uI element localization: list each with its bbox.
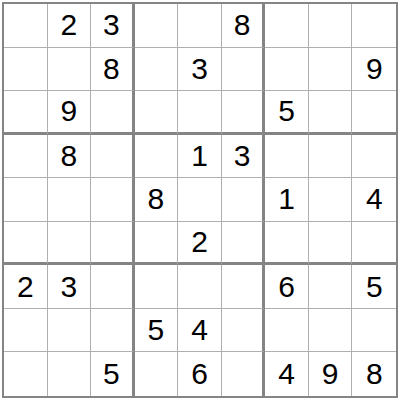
cell-r8c7[interactable] — [265, 309, 309, 353]
cell-r1c9[interactable] — [352, 4, 396, 48]
cell-r1c5[interactable] — [178, 4, 222, 48]
cell-r9c4[interactable] — [135, 352, 179, 396]
cell-r6c4[interactable] — [135, 222, 179, 266]
cell-r4c2[interactable]: 8 — [48, 135, 92, 179]
cell-r8c4[interactable]: 5 — [135, 309, 179, 353]
cell-r7c7[interactable]: 6 — [265, 265, 309, 309]
cell-r7c4[interactable] — [135, 265, 179, 309]
cell-r4c5[interactable]: 1 — [178, 135, 222, 179]
cell-r4c8[interactable] — [309, 135, 353, 179]
sudoku-board: 23883995813814223655456498 — [2, 2, 398, 398]
cell-r8c9[interactable] — [352, 309, 396, 353]
cell-r7c5[interactable] — [178, 265, 222, 309]
cell-r2c5[interactable]: 3 — [178, 48, 222, 92]
cell-r7c1[interactable]: 2 — [4, 265, 48, 309]
cell-r3c7[interactable]: 5 — [265, 91, 309, 135]
cell-r3c8[interactable] — [309, 91, 353, 135]
cell-r2c6[interactable] — [222, 48, 266, 92]
cell-r2c3[interactable]: 8 — [91, 48, 135, 92]
cell-r3c3[interactable] — [91, 91, 135, 135]
cell-r2c4[interactable] — [135, 48, 179, 92]
cell-r9c8[interactable]: 9 — [309, 352, 353, 396]
cell-r9c6[interactable] — [222, 352, 266, 396]
cell-r4c4[interactable] — [135, 135, 179, 179]
cell-r5c1[interactable] — [4, 178, 48, 222]
cell-r8c6[interactable] — [222, 309, 266, 353]
cell-r5c7[interactable]: 1 — [265, 178, 309, 222]
cell-r2c2[interactable] — [48, 48, 92, 92]
cell-r5c6[interactable] — [222, 178, 266, 222]
cell-r1c7[interactable] — [265, 4, 309, 48]
cell-r6c5[interactable]: 2 — [178, 222, 222, 266]
cell-r3c4[interactable] — [135, 91, 179, 135]
cell-r7c3[interactable] — [91, 265, 135, 309]
cell-r3c5[interactable] — [178, 91, 222, 135]
cell-r1c6[interactable]: 8 — [222, 4, 266, 48]
cell-r4c1[interactable] — [4, 135, 48, 179]
cell-r8c5[interactable]: 4 — [178, 309, 222, 353]
cell-r7c6[interactable] — [222, 265, 266, 309]
cell-r8c8[interactable] — [309, 309, 353, 353]
cell-r8c3[interactable] — [91, 309, 135, 353]
cell-r3c1[interactable] — [4, 91, 48, 135]
cell-r9c2[interactable] — [48, 352, 92, 396]
cell-r6c2[interactable] — [48, 222, 92, 266]
cell-r4c7[interactable] — [265, 135, 309, 179]
cell-r4c3[interactable] — [91, 135, 135, 179]
cell-r6c8[interactable] — [309, 222, 353, 266]
cell-r6c7[interactable] — [265, 222, 309, 266]
cell-r5c2[interactable] — [48, 178, 92, 222]
cell-r7c2[interactable]: 3 — [48, 265, 92, 309]
cell-r5c4[interactable]: 8 — [135, 178, 179, 222]
cell-r6c9[interactable] — [352, 222, 396, 266]
cell-r6c6[interactable] — [222, 222, 266, 266]
cell-r1c3[interactable]: 3 — [91, 4, 135, 48]
cell-r9c5[interactable]: 6 — [178, 352, 222, 396]
cell-r3c2[interactable]: 9 — [48, 91, 92, 135]
cell-r5c3[interactable] — [91, 178, 135, 222]
cell-r6c1[interactable] — [4, 222, 48, 266]
cell-r1c1[interactable] — [4, 4, 48, 48]
cell-r2c1[interactable] — [4, 48, 48, 92]
cell-r9c1[interactable] — [4, 352, 48, 396]
cell-r6c3[interactable] — [91, 222, 135, 266]
cell-r5c8[interactable] — [309, 178, 353, 222]
cell-r9c7[interactable]: 4 — [265, 352, 309, 396]
cell-r1c2[interactable]: 2 — [48, 4, 92, 48]
cell-r2c8[interactable] — [309, 48, 353, 92]
cell-r9c3[interactable]: 5 — [91, 352, 135, 396]
cell-r1c4[interactable] — [135, 4, 179, 48]
cell-r2c9[interactable]: 9 — [352, 48, 396, 92]
cell-r5c9[interactable]: 4 — [352, 178, 396, 222]
cell-r7c8[interactable] — [309, 265, 353, 309]
cell-r7c9[interactable]: 5 — [352, 265, 396, 309]
cell-r3c9[interactable] — [352, 91, 396, 135]
cell-r8c1[interactable] — [4, 309, 48, 353]
cell-r2c7[interactable] — [265, 48, 309, 92]
cell-r4c6[interactable]: 3 — [222, 135, 266, 179]
cell-r4c9[interactable] — [352, 135, 396, 179]
cell-r8c2[interactable] — [48, 309, 92, 353]
cell-r1c8[interactable] — [309, 4, 353, 48]
cell-r5c5[interactable] — [178, 178, 222, 222]
cell-r3c6[interactable] — [222, 91, 266, 135]
cell-r9c9[interactable]: 8 — [352, 352, 396, 396]
